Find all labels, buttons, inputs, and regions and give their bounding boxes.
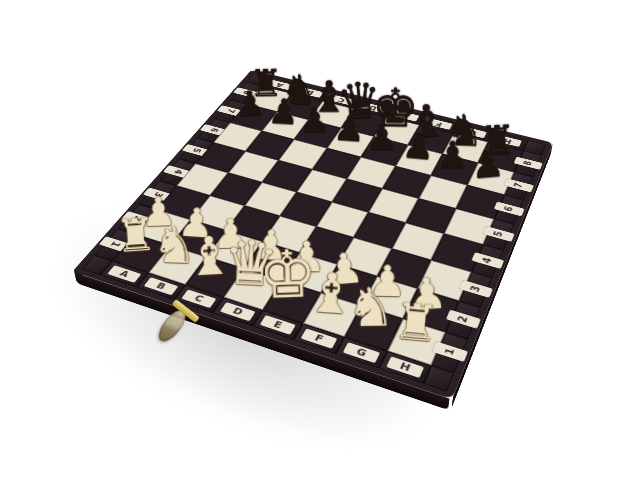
piece-white-rook[interactable]: ♜ bbox=[391, 296, 441, 349]
file-label-plate: D bbox=[220, 302, 255, 321]
rank-label-plate: 6 bbox=[494, 202, 525, 217]
piece-black-pawn[interactable]: ♟ bbox=[398, 126, 438, 165]
rank-label-plate: 8 bbox=[514, 157, 543, 170]
file-label-plate: C bbox=[182, 290, 216, 308]
photo-scene: ABCDEFGH8♜♞♝♛♚♝♞♜87♟♟♟♟♟♟♟♟7665544332♟♟♟… bbox=[0, 0, 640, 480]
rank-label-right-6: 6 bbox=[494, 195, 524, 225]
rank-label-plate: 7 bbox=[504, 179, 534, 193]
piece-white-knight[interactable]: ♞ bbox=[347, 280, 393, 334]
rank-label-plate: 3 bbox=[459, 281, 493, 299]
rank-label-plate: 2 bbox=[446, 310, 481, 329]
piece-black-pawn[interactable]: ♟ bbox=[434, 136, 472, 173]
rank-label-plate: 4 bbox=[472, 253, 505, 270]
file-label-plate: E bbox=[260, 315, 295, 334]
perspective-wrapper: ABCDEFGH8♜♞♝♛♚♝♞♜87♟♟♟♟♟♟♟♟7665544332♟♟♟… bbox=[0, 0, 640, 480]
file-label-plate: B bbox=[144, 277, 178, 295]
piece-white-king[interactable]: ♚ bbox=[264, 241, 310, 308]
rank-label-right-2: 2 bbox=[446, 301, 481, 339]
piece-black-pawn[interactable]: ♟ bbox=[296, 102, 333, 138]
piece-black-pawn[interactable]: ♟ bbox=[363, 119, 400, 155]
rank-label-plate: 1 bbox=[432, 342, 468, 362]
piece-black-pawn[interactable]: ♟ bbox=[232, 86, 269, 122]
piece-black-pawn[interactable]: ♟ bbox=[467, 144, 508, 184]
